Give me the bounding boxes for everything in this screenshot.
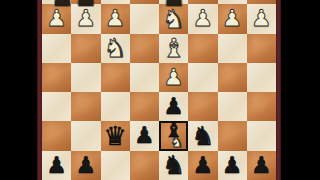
square-g2: ♟ (71, 4, 100, 33)
square-b7: ♟ (218, 151, 247, 180)
square-b3 (218, 34, 247, 63)
white-bishop: ♝ (162, 35, 185, 61)
square-a2: ♟ (247, 4, 276, 33)
black-pawn: ♟ (251, 154, 272, 177)
square-f6: ♛ (101, 121, 130, 150)
black-pawn: ♟ (134, 124, 155, 147)
square-g4 (71, 63, 100, 92)
square-a5 (247, 92, 276, 121)
square-g5 (71, 92, 100, 121)
black-pawn: ♟ (193, 154, 214, 177)
square-h4 (42, 63, 71, 92)
square-c5 (188, 92, 217, 121)
square-e3 (130, 34, 159, 63)
black-pawn: ♟ (76, 154, 97, 177)
white-pawn: ♟ (163, 66, 184, 89)
square-f5 (101, 92, 130, 121)
square-d7: ♞ (159, 151, 188, 180)
square-f2: ♟ (101, 4, 130, 33)
square-e5 (130, 92, 159, 121)
square-c6: ♞ (188, 121, 217, 150)
square-a3 (247, 34, 276, 63)
square-a6 (247, 121, 276, 150)
square-g3 (71, 34, 100, 63)
square-e2 (130, 4, 159, 33)
square-f3: ♞ (101, 34, 130, 63)
square-h2: ♟ (42, 4, 71, 33)
chess-board: ♟♟♟♞♟♟♟♞♝♟♟♛♟♞♝♞♟♟♞♟♟♟ (42, 0, 276, 180)
white-pawn: ♟ (76, 7, 97, 30)
square-b5 (218, 92, 247, 121)
board-frame-left (37, 0, 42, 180)
black-pawn: ♟ (222, 154, 243, 177)
square-b2: ♟ (218, 4, 247, 33)
square-g6 (71, 121, 100, 150)
square-b4 (218, 63, 247, 92)
square-g7: ♟ (71, 151, 100, 180)
white-pawn: ♟ (105, 7, 126, 30)
black-bishop: ♝ (164, 120, 183, 141)
square-d4: ♟ (159, 63, 188, 92)
board-frame-right (276, 0, 281, 180)
square-h5 (42, 92, 71, 121)
black-knight: ♞ (162, 152, 185, 178)
square-a4 (247, 63, 276, 92)
square-c3 (188, 34, 217, 63)
black-queen: ♛ (103, 123, 126, 149)
square-c2: ♟ (188, 4, 217, 33)
white-pawn: ♟ (46, 7, 67, 30)
square-d6: ♞♝ (159, 121, 188, 150)
square-e6: ♟ (130, 121, 159, 150)
square-c4 (188, 63, 217, 92)
square-h3 (42, 34, 71, 63)
black-knight: ♞ (191, 123, 214, 149)
video-frame: ♟♟♟♞♟♟♟♞♝♟♟♛♟♞♝♞♟♟♞♟♟♟ (0, 0, 320, 180)
square-a7: ♟ (247, 151, 276, 180)
white-knight: ♞ (162, 6, 185, 32)
white-pawn: ♟ (222, 7, 243, 30)
square-f7 (101, 151, 130, 180)
square-d5: ♟ (159, 92, 188, 121)
white-pawn: ♟ (251, 7, 272, 30)
square-f4 (101, 63, 130, 92)
white-knight: ♞ (103, 35, 126, 61)
square-h6 (42, 121, 71, 150)
white-pawn: ♟ (193, 7, 214, 30)
square-d3: ♝ (159, 34, 188, 63)
square-e7 (130, 151, 159, 180)
square-h7: ♟ (42, 151, 71, 180)
square-b6 (218, 121, 247, 150)
square-c7: ♟ (188, 151, 217, 180)
black-pawn: ♟ (46, 154, 67, 177)
black-pawn: ♟ (163, 95, 184, 118)
square-d2: ♞ (159, 4, 188, 33)
square-e4 (130, 63, 159, 92)
